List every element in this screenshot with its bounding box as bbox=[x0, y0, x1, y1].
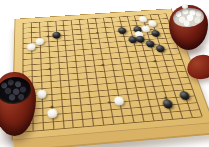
black-stone[interactable] bbox=[151, 30, 161, 37]
white-stone[interactable] bbox=[35, 38, 44, 46]
black-stone[interactable] bbox=[117, 27, 127, 34]
black-stone[interactable] bbox=[145, 40, 156, 48]
white-stone[interactable] bbox=[141, 25, 151, 32]
white-stone[interactable] bbox=[47, 108, 58, 118]
star-point bbox=[96, 32, 99, 34]
white-stone[interactable] bbox=[27, 43, 36, 51]
black-stone[interactable] bbox=[155, 45, 166, 53]
white-stone[interactable] bbox=[138, 16, 148, 23]
white-stones-in-bowl bbox=[172, 6, 205, 28]
black-stone[interactable] bbox=[52, 31, 61, 38]
white-stone[interactable] bbox=[113, 96, 124, 106]
black-stones-in-bowl bbox=[0, 75, 33, 107]
star-point bbox=[101, 64, 104, 66]
white-stone[interactable] bbox=[36, 89, 46, 99]
star-point bbox=[154, 60, 157, 62]
black-stone[interactable] bbox=[136, 36, 146, 44]
black-stone[interactable] bbox=[179, 91, 191, 101]
black-stone[interactable] bbox=[162, 99, 174, 109]
go-game-scene bbox=[0, 0, 209, 147]
